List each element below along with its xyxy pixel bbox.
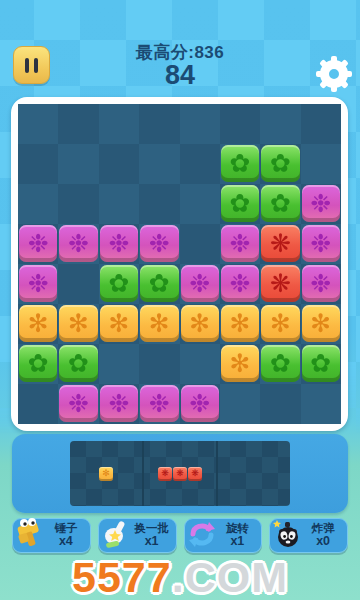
flower-icon: ❉ <box>230 231 251 256</box>
flower-icon: ❉ <box>149 231 170 256</box>
board-cell[interactable]: ❉ <box>139 384 179 424</box>
board-cell[interactable]: ❉ <box>99 384 139 424</box>
block-magenta[interactable]: ❉ <box>19 225 57 262</box>
block-magenta[interactable]: ❉ <box>181 385 219 422</box>
board-cell[interactable]: ✻ <box>180 304 220 344</box>
board-cell[interactable]: ❉ <box>99 224 139 264</box>
block-green[interactable]: ✿ <box>261 185 299 222</box>
board-cell <box>18 104 58 144</box>
flower-icon: ✻ <box>189 311 210 336</box>
tray-piece-1x1[interactable]: ✻ <box>99 467 114 481</box>
block-orange[interactable]: ✻ <box>221 345 259 382</box>
board-cell[interactable]: ❉ <box>180 384 220 424</box>
block-green[interactable]: ✿ <box>100 265 138 302</box>
board-cell <box>180 184 220 224</box>
block-green[interactable]: ✿ <box>302 345 340 382</box>
watermark: 5577.COM <box>0 553 360 600</box>
block-magenta[interactable]: ❉ <box>181 265 219 302</box>
block-green[interactable]: ✿ <box>140 265 178 302</box>
tray-slot-1[interactable]: ✻ <box>70 441 144 506</box>
watermark-suffix: .COM <box>172 553 288 600</box>
bomb-count: x0 <box>302 535 344 549</box>
block-orange[interactable]: ✻ <box>19 305 57 342</box>
block-magenta[interactable]: ❉ <box>100 385 138 422</box>
swap-count: x1 <box>131 535 173 549</box>
flower-icon: ✿ <box>270 191 291 216</box>
block-red[interactable]: ❋ <box>261 225 299 262</box>
board-cell <box>58 184 98 224</box>
block-orange[interactable]: ✻ <box>302 305 340 342</box>
block-orange[interactable]: ✻ <box>100 305 138 342</box>
board-cell[interactable]: ✻ <box>139 304 179 344</box>
flower-icon: ❋ <box>270 231 291 256</box>
flower-icon: ✻ <box>270 311 291 336</box>
flower-icon: ❉ <box>68 391 89 416</box>
flower-icon: ✻ <box>149 311 170 336</box>
flower-icon: ✻ <box>68 311 89 336</box>
board-cell[interactable]: ✿ <box>260 144 300 184</box>
board-cell <box>180 144 220 184</box>
board-cell <box>99 144 139 184</box>
hammer-button[interactable]: 锤子 x4 <box>12 518 91 553</box>
board-cell[interactable]: ✿ <box>139 264 179 304</box>
block-magenta[interactable]: ❉ <box>302 185 340 222</box>
board-cell[interactable]: ✻ <box>58 304 98 344</box>
piece-tray: ✻ ❋❋❋ <box>70 441 290 506</box>
board-cell[interactable]: ❉ <box>58 384 98 424</box>
board-cell[interactable]: ✻ <box>220 304 260 344</box>
board-cell[interactable]: ✻ <box>18 304 58 344</box>
tray-slot-2[interactable]: ❋❋❋ <box>144 441 218 506</box>
block-magenta[interactable]: ❉ <box>59 385 97 422</box>
board-cell <box>139 104 179 144</box>
block-orange[interactable]: ✻ <box>140 305 178 342</box>
flower-icon: ❉ <box>310 191 331 216</box>
flower-icon: ✻ <box>230 311 251 336</box>
board-cell[interactable]: ❉ <box>139 224 179 264</box>
board-cell[interactable]: ❋ <box>260 224 300 264</box>
board-cell <box>58 264 98 304</box>
board-cell <box>180 344 220 384</box>
block-magenta[interactable]: ❉ <box>221 225 259 262</box>
gear-icon[interactable] <box>314 54 354 94</box>
block-red[interactable]: ❋ <box>261 265 299 302</box>
board-cell[interactable]: ✿ <box>220 184 260 224</box>
block-orange[interactable]: ✻ <box>261 305 299 342</box>
board-cell <box>99 104 139 144</box>
flower-icon: ❉ <box>189 391 210 416</box>
board-cell <box>18 384 58 424</box>
board-cell[interactable]: ❉ <box>301 184 341 224</box>
board-cell <box>180 104 220 144</box>
block-green[interactable]: ✿ <box>59 345 97 382</box>
flower-icon: ✿ <box>270 151 291 176</box>
board-cell <box>301 104 341 144</box>
watermark-number: 5577 <box>72 553 172 600</box>
block-green[interactable]: ✿ <box>19 345 57 382</box>
flower-icon: ❉ <box>310 231 331 256</box>
block-magenta[interactable]: ❉ <box>19 265 57 302</box>
block-magenta[interactable]: ❉ <box>100 225 138 262</box>
board-cell[interactable]: ✻ <box>260 304 300 344</box>
board-grid: ✿✿✿✿❉❉❉❉❉❉❋❉❉✿✿❉❉❋❉✻✻✻✻✻✻✻✻✿✿✻✿✿❉❉❉❉ <box>18 104 341 424</box>
board-cell[interactable]: ✻ <box>301 304 341 344</box>
flower-icon: ✿ <box>230 191 251 216</box>
board-cell[interactable]: ❉ <box>220 224 260 264</box>
flower-icon: ✿ <box>28 351 49 376</box>
current-score: 84 <box>0 60 360 91</box>
flower-icon: ❉ <box>108 391 129 416</box>
board-cell[interactable]: ✻ <box>99 304 139 344</box>
flower-icon: ❋ <box>270 271 291 296</box>
piece-tray-panel: ✻ ❋❋❋ <box>12 434 348 513</box>
board-cell[interactable]: ❉ <box>301 224 341 264</box>
board-cell[interactable]: ❉ <box>301 264 341 304</box>
board-cell <box>139 344 179 384</box>
flower-icon: ❉ <box>310 271 331 296</box>
flower-icon: ✿ <box>270 351 291 376</box>
board-cell[interactable]: ❉ <box>220 264 260 304</box>
board-cell <box>99 184 139 224</box>
flower-icon: ✻ <box>230 351 251 376</box>
flower-icon: ❉ <box>28 271 49 296</box>
block-magenta[interactable]: ❉ <box>221 265 259 302</box>
block-green[interactable]: ✿ <box>221 185 259 222</box>
block-orange[interactable]: ✻ <box>221 305 259 342</box>
powerup-bar: 锤子 x4 换一批 x1 旋转 x1 <box>12 518 348 553</box>
flower-icon: ❉ <box>149 391 170 416</box>
board-cell[interactable]: ✿ <box>301 344 341 384</box>
block-orange[interactable]: ✻ <box>59 305 97 342</box>
flower-icon: ✿ <box>230 151 251 176</box>
swap-button[interactable]: 换一批 x1 <box>98 518 177 553</box>
board-cell[interactable]: ❉ <box>18 264 58 304</box>
hammer-icon <box>15 518 45 550</box>
board-cell <box>58 144 98 184</box>
board-cell[interactable]: ✿ <box>58 344 98 384</box>
board-cell <box>260 384 300 424</box>
bomb-icon <box>272 518 302 550</box>
board-cell[interactable]: ✿ <box>260 344 300 384</box>
block-magenta[interactable]: ❉ <box>59 225 97 262</box>
flower-icon: ✿ <box>68 351 89 376</box>
board-cell <box>301 384 341 424</box>
hammer-count: x4 <box>45 535 87 549</box>
flower-icon: ✻ <box>108 311 129 336</box>
block-magenta[interactable]: ❉ <box>140 225 178 262</box>
tray-slot-3[interactable] <box>218 441 290 506</box>
board-cell[interactable]: ❋ <box>260 264 300 304</box>
game-board: ✿✿✿✿❉❉❉❉❉❉❋❉❉✿✿❉❉❋❉✻✻✻✻✻✻✻✻✿✿✻✿✿❉❉❉❉ <box>11 97 348 431</box>
board-cell[interactable]: ❉ <box>18 224 58 264</box>
glove-icon <box>101 518 131 550</box>
block-magenta[interactable]: ❉ <box>302 225 340 262</box>
flower-icon: ✿ <box>108 271 129 296</box>
board-cell <box>220 384 260 424</box>
block-green[interactable]: ✿ <box>221 145 259 182</box>
board-cell[interactable]: ✿ <box>260 184 300 224</box>
tray-piece-cell: ✻ <box>99 467 113 481</box>
flower-icon: ✿ <box>149 271 170 296</box>
board-cell <box>99 344 139 384</box>
tray-piece-cell: ❋ <box>188 467 202 481</box>
board-cell[interactable]: ✿ <box>99 264 139 304</box>
rotate-button[interactable]: 旋转 x1 <box>184 518 263 553</box>
board-cell <box>220 104 260 144</box>
board-cell <box>18 144 58 184</box>
tray-piece-cell: ❋ <box>158 467 172 481</box>
board-cell[interactable]: ❉ <box>180 264 220 304</box>
flower-icon: ❉ <box>28 231 49 256</box>
rotate-icon <box>187 518 217 550</box>
flower-icon: ✻ <box>28 311 49 336</box>
block-green[interactable]: ✿ <box>261 145 299 182</box>
board-cell[interactable]: ✿ <box>18 344 58 384</box>
board-cell[interactable]: ✿ <box>220 144 260 184</box>
flower-icon: ✿ <box>310 351 331 376</box>
flower-icon: ❉ <box>68 231 89 256</box>
block-orange[interactable]: ✻ <box>181 305 219 342</box>
block-magenta[interactable]: ❉ <box>302 265 340 302</box>
tray-piece-cell: ❋ <box>173 467 187 481</box>
rotate-count: x1 <box>217 535 259 549</box>
board-cell <box>58 104 98 144</box>
tray-piece-1x3[interactable]: ❋❋❋ <box>158 467 203 481</box>
board-cell <box>260 104 300 144</box>
board-cell[interactable]: ✻ <box>220 344 260 384</box>
flower-icon: ❉ <box>189 271 210 296</box>
flower-icon: ❉ <box>230 271 251 296</box>
board-cell <box>18 184 58 224</box>
block-green[interactable]: ✿ <box>261 345 299 382</box>
flower-icon: ❉ <box>108 231 129 256</box>
bomb-button[interactable]: 炸弹 x0 <box>269 518 348 553</box>
board-cell <box>139 144 179 184</box>
block-magenta[interactable]: ❉ <box>140 385 178 422</box>
flower-icon: ✻ <box>310 311 331 336</box>
board-cell <box>301 144 341 184</box>
board-cell[interactable]: ❉ <box>58 224 98 264</box>
board-cell <box>180 224 220 264</box>
board-cell <box>139 184 179 224</box>
